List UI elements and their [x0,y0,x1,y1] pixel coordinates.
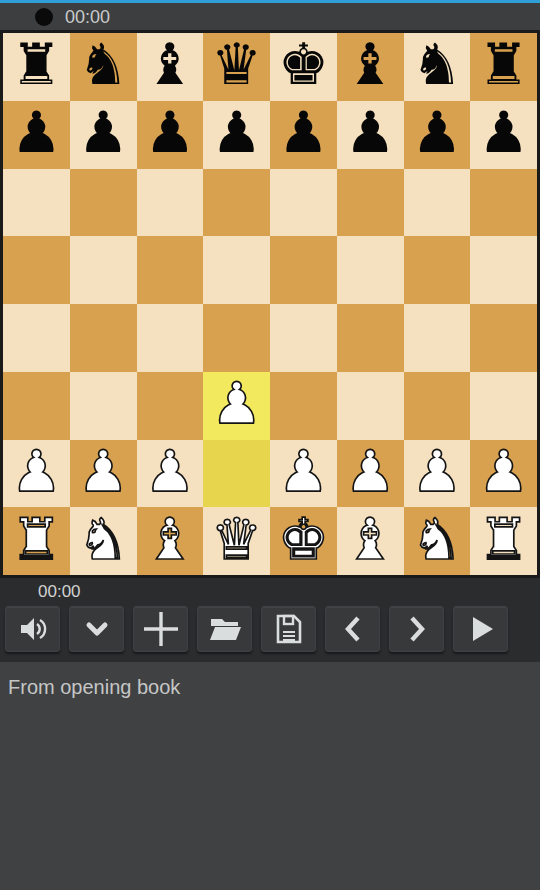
piece-white-rook: ♜ [478,511,529,568]
square-h8[interactable]: ♜ [470,33,537,101]
square-e7[interactable]: ♟ [270,101,337,169]
chess-app-window: 00:00 ♜♞♝♛♚♝♞♜♟♟♟♟♟♟♟♟♟♟♟♟♟♟♟♟♜♞♝♛♚♝♞♜ 0… [0,0,540,890]
square-a7[interactable]: ♟ [3,101,70,169]
piece-black-queen: ♛ [211,36,262,93]
square-f2[interactable]: ♟ [337,440,404,508]
piece-black-bishop: ♝ [345,36,396,93]
square-f1[interactable]: ♝ [337,507,404,575]
square-d3[interactable]: ♟ [203,372,270,440]
piece-white-queen: ♛ [211,511,262,568]
piece-black-knight: ♞ [411,36,462,93]
piece-black-pawn: ♟ [78,104,129,161]
play-button[interactable] [453,606,508,652]
square-b6[interactable] [70,169,137,237]
piece-white-pawn: ♟ [11,443,62,500]
open-file-button[interactable] [197,606,252,652]
speaker-icon [16,613,50,645]
piece-white-pawn: ♟ [78,443,129,500]
square-c2[interactable]: ♟ [137,440,204,508]
move-list-area[interactable]: From opening book [0,662,540,890]
square-h7[interactable]: ♟ [470,101,537,169]
square-d8[interactable]: ♛ [203,33,270,101]
square-d5[interactable] [203,236,270,304]
white-clock: 00:00 [38,583,81,600]
piece-black-pawn: ♟ [211,104,262,161]
square-f5[interactable] [337,236,404,304]
piece-white-pawn: ♟ [211,375,262,432]
square-a1[interactable]: ♜ [3,507,70,575]
square-g1[interactable]: ♞ [404,507,471,575]
angle-left-icon [338,613,368,645]
square-h6[interactable] [470,169,537,237]
square-d2[interactable] [203,440,270,508]
square-b4[interactable] [70,304,137,372]
square-h1[interactable]: ♜ [470,507,537,575]
square-h5[interactable] [470,236,537,304]
piece-white-pawn: ♟ [345,443,396,500]
square-g8[interactable]: ♞ [404,33,471,101]
square-b5[interactable] [70,236,137,304]
square-f3[interactable] [337,372,404,440]
piece-black-rook: ♜ [478,36,529,93]
piece-white-pawn: ♟ [144,443,195,500]
square-e8[interactable]: ♚ [270,33,337,101]
piece-white-bishop: ♝ [144,511,195,568]
square-e4[interactable] [270,304,337,372]
board-footer-strip: 00:00 [0,578,540,662]
square-d4[interactable] [203,304,270,372]
square-h2[interactable]: ♟ [470,440,537,508]
square-c5[interactable] [137,236,204,304]
previous-move-button[interactable] [325,606,380,652]
square-g6[interactable] [404,169,471,237]
floppy-disk-icon [272,612,306,646]
square-d6[interactable] [203,169,270,237]
piece-black-pawn: ♟ [411,104,462,161]
square-b8[interactable]: ♞ [70,33,137,101]
square-c7[interactable]: ♟ [137,101,204,169]
piece-black-pawn: ♟ [345,104,396,161]
folder-open-icon [207,614,243,644]
square-f7[interactable]: ♟ [337,101,404,169]
square-g7[interactable]: ♟ [404,101,471,169]
new-game-button[interactable] [133,606,188,652]
chevron-down-icon [81,614,113,644]
angle-right-icon [402,613,432,645]
white-clock-row: 00:00 [0,578,540,604]
square-a2[interactable]: ♟ [3,440,70,508]
square-f4[interactable] [337,304,404,372]
square-c3[interactable] [137,372,204,440]
square-e3[interactable] [270,372,337,440]
piece-white-king: ♚ [278,511,329,568]
black-turn-indicator-icon [35,8,53,26]
square-a6[interactable] [3,169,70,237]
toolbar [0,604,540,662]
square-h3[interactable] [470,372,537,440]
play-icon [464,613,498,645]
piece-white-pawn: ♟ [278,443,329,500]
black-clock-bar: 00:00 [0,3,540,30]
square-a8[interactable]: ♜ [3,33,70,101]
square-c4[interactable] [137,304,204,372]
square-h4[interactable] [470,304,537,372]
piece-black-pawn: ♟ [11,104,62,161]
piece-black-pawn: ♟ [144,104,195,161]
next-move-button[interactable] [389,606,444,652]
move-list-text: From opening book [8,676,180,698]
square-b7[interactable]: ♟ [70,101,137,169]
piece-white-knight: ♞ [411,511,462,568]
piece-black-pawn: ♟ [278,104,329,161]
square-e1[interactable]: ♚ [270,507,337,575]
sound-button[interactable] [5,606,60,652]
square-e2[interactable]: ♟ [270,440,337,508]
piece-black-rook: ♜ [11,36,62,93]
square-g3[interactable] [404,372,471,440]
square-g2[interactable]: ♟ [404,440,471,508]
square-b1[interactable]: ♞ [70,507,137,575]
chess-board[interactable]: ♜♞♝♛♚♝♞♜♟♟♟♟♟♟♟♟♟♟♟♟♟♟♟♟♜♞♝♛♚♝♞♜ [0,30,540,578]
save-button[interactable] [261,606,316,652]
square-c1[interactable]: ♝ [137,507,204,575]
piece-white-pawn: ♟ [411,443,462,500]
square-b3[interactable] [70,372,137,440]
piece-black-knight: ♞ [78,36,129,93]
square-f8[interactable]: ♝ [337,33,404,101]
piece-black-bishop: ♝ [144,36,195,93]
piece-black-king: ♚ [278,36,329,93]
expand-button[interactable] [69,606,124,652]
square-d7[interactable]: ♟ [203,101,270,169]
square-c8[interactable]: ♝ [137,33,204,101]
black-clock: 00:00 [65,8,110,26]
square-e6[interactable] [270,169,337,237]
square-b2[interactable]: ♟ [70,440,137,508]
square-g4[interactable] [404,304,471,372]
square-e5[interactable] [270,236,337,304]
piece-white-bishop: ♝ [345,511,396,568]
square-a5[interactable] [3,236,70,304]
piece-white-rook: ♜ [11,511,62,568]
square-f6[interactable] [337,169,404,237]
plus-icon [142,610,180,648]
square-a4[interactable] [3,304,70,372]
square-d1[interactable]: ♛ [203,507,270,575]
square-a3[interactable] [3,372,70,440]
piece-white-knight: ♞ [78,511,129,568]
square-c6[interactable] [137,169,204,237]
square-g5[interactable] [404,236,471,304]
piece-white-pawn: ♟ [478,443,529,500]
piece-black-pawn: ♟ [478,104,529,161]
